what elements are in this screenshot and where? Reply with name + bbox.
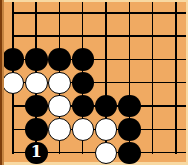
white-stone [95, 118, 118, 141]
white-stone [25, 72, 48, 95]
stones-layer: 1 [0, 0, 188, 165]
black-stone [118, 95, 141, 118]
white-stone [72, 118, 95, 141]
black-stone [25, 118, 48, 141]
white-stone [48, 72, 71, 95]
white-stone [95, 142, 118, 165]
black-stone [95, 95, 118, 118]
move-1-stone: 1 [25, 142, 48, 165]
board-frame-edge-left [0, 0, 4, 165]
black-stone [72, 48, 95, 71]
black-stone [25, 95, 48, 118]
white-stone [48, 95, 71, 118]
white-stone [48, 118, 71, 141]
go-board-diagram: 1 [0, 0, 188, 165]
black-stone [48, 48, 71, 71]
black-stone [72, 72, 95, 95]
move-number-label: 1 [31, 144, 42, 161]
black-stone [118, 142, 141, 165]
black-stone [118, 118, 141, 141]
black-stone [2, 48, 25, 71]
black-stone [72, 95, 95, 118]
black-stone [25, 48, 48, 71]
white-stone [2, 72, 25, 95]
